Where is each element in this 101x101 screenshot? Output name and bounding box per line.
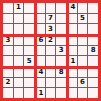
cell-r8c1[interactable]: 2: [3, 78, 13, 88]
cell-r7c8[interactable]: [78, 67, 88, 77]
cell-r1c9[interactable]: [88, 3, 98, 13]
cell-r4c6[interactable]: [56, 35, 66, 45]
given-digit: 2: [48, 37, 53, 44]
cell-r5c4[interactable]: [35, 46, 45, 56]
cell-r7c4[interactable]: 4: [35, 67, 45, 77]
given-digit: 3: [59, 47, 64, 54]
cell-r6c1[interactable]: [3, 56, 13, 66]
cell-r9c8[interactable]: [78, 88, 88, 98]
cell-r8c2[interactable]: [14, 78, 24, 88]
cell-r7c2[interactable]: [14, 67, 24, 77]
cell-r9c2[interactable]: [14, 88, 24, 98]
cell-r9c1[interactable]: [3, 88, 13, 98]
cell-r3c9[interactable]: [88, 24, 98, 34]
given-digit: 5: [80, 15, 85, 22]
cell-r6c4[interactable]: [35, 56, 45, 66]
cell-r2c8[interactable]: 5: [78, 14, 88, 24]
cell-r5c2[interactable]: [14, 46, 24, 56]
cell-r6c5[interactable]: [46, 56, 56, 66]
given-digit: 6: [38, 37, 43, 44]
cell-r5c6[interactable]: 3: [56, 46, 66, 56]
cell-r3c8[interactable]: [78, 24, 88, 34]
cell-r5c3[interactable]: [24, 46, 34, 56]
given-digit: 4: [70, 4, 75, 11]
cell-r9c4[interactable]: 1: [35, 88, 45, 98]
cell-r4c4[interactable]: 6: [35, 35, 45, 45]
cell-r6c6[interactable]: [56, 56, 66, 66]
cell-r4c5[interactable]: 2: [46, 35, 56, 45]
cell-r1c7[interactable]: 4: [67, 3, 77, 13]
cell-r2c3[interactable]: [24, 14, 34, 24]
cell-r9c9[interactable]: [88, 88, 98, 98]
cell-r5c9[interactable]: 8: [88, 46, 98, 56]
given-digit: 1: [70, 58, 75, 65]
cell-r4c2[interactable]: [14, 35, 24, 45]
cell-r7c7[interactable]: [67, 67, 77, 77]
cell-r2c9[interactable]: [88, 14, 98, 24]
given-digit: 1: [16, 4, 21, 11]
cell-r2c2[interactable]: [14, 14, 24, 24]
cell-r3c2[interactable]: [14, 24, 24, 34]
given-digit: 5: [27, 58, 32, 65]
cell-r6c2[interactable]: [14, 56, 24, 66]
given-digit: 3: [5, 37, 10, 44]
cell-r7c6[interactable]: 8: [56, 67, 66, 77]
cell-r1c3[interactable]: [24, 3, 34, 13]
cell-r6c9[interactable]: [88, 56, 98, 66]
cell-r5c7[interactable]: [67, 46, 77, 56]
cell-r8c5[interactable]: [46, 78, 56, 88]
cell-r8c4[interactable]: [35, 78, 45, 88]
cell-r1c4[interactable]: [35, 3, 45, 13]
cell-r3c1[interactable]: [3, 24, 13, 34]
cell-r2c7[interactable]: [67, 14, 77, 24]
given-digit: 4: [38, 69, 43, 76]
cell-r8c6[interactable]: [56, 78, 66, 88]
cell-r1c6[interactable]: [56, 3, 66, 13]
cell-r3c4[interactable]: [35, 24, 45, 34]
cell-r4c8[interactable]: [78, 35, 88, 45]
cell-r7c5[interactable]: [46, 67, 56, 77]
cell-r9c5[interactable]: [46, 88, 56, 98]
given-digit: 2: [5, 79, 10, 86]
cell-r9c7[interactable]: [67, 88, 77, 98]
cell-r9c3[interactable]: [24, 88, 34, 98]
cell-r5c8[interactable]: [78, 46, 88, 56]
cell-r7c1[interactable]: [3, 67, 13, 77]
cell-r2c6[interactable]: [56, 14, 66, 24]
cell-r3c5[interactable]: 3: [46, 24, 56, 34]
cell-r7c3[interactable]: [24, 67, 34, 77]
cell-r4c3[interactable]: [24, 35, 34, 45]
cell-r6c8[interactable]: [78, 56, 88, 66]
cell-r8c9[interactable]: [88, 78, 98, 88]
cell-r1c5[interactable]: [46, 3, 56, 13]
cell-r8c8[interactable]: 6: [78, 78, 88, 88]
cell-r2c5[interactable]: 7: [46, 14, 56, 24]
given-digit: 1: [38, 90, 43, 97]
given-digit: 8: [59, 69, 64, 76]
cell-r5c5[interactable]: [46, 46, 56, 56]
cell-r7c9[interactable]: [88, 67, 98, 77]
given-digit: 8: [91, 47, 96, 54]
cell-r6c3[interactable]: 5: [24, 56, 34, 66]
cell-r2c1[interactable]: [3, 14, 13, 24]
cell-r8c3[interactable]: [24, 78, 34, 88]
given-digit: 6: [80, 79, 85, 86]
cell-r3c6[interactable]: [56, 24, 66, 34]
cell-r4c9[interactable]: [88, 35, 98, 45]
cell-r3c3[interactable]: [24, 24, 34, 34]
cell-r1c8[interactable]: [78, 3, 88, 13]
given-digit: 3: [48, 26, 53, 33]
cell-r2c4[interactable]: [35, 14, 45, 24]
given-digit: 7: [48, 15, 53, 22]
cell-r1c2[interactable]: 1: [14, 3, 24, 13]
cell-r8c7[interactable]: [67, 78, 77, 88]
cell-r5c1[interactable]: [3, 46, 13, 56]
cell-r4c7[interactable]: [67, 35, 77, 45]
cell-r4c1[interactable]: 3: [3, 35, 13, 45]
cell-r3c7[interactable]: [67, 24, 77, 34]
sudoku-board: 14753362385148261: [0, 0, 101, 101]
cell-r9c6[interactable]: [56, 88, 66, 98]
cell-r1c1[interactable]: [3, 3, 13, 13]
cell-r6c7[interactable]: 1: [67, 56, 77, 66]
